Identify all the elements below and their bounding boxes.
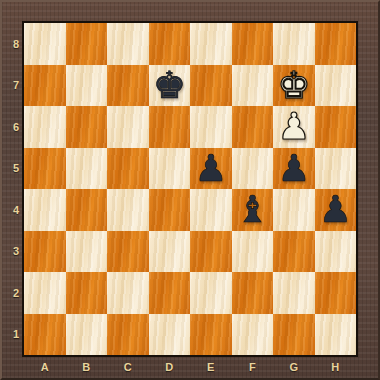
- square-g7[interactable]: ♚: [273, 65, 315, 107]
- square-b4[interactable]: [66, 189, 108, 231]
- white-pawn-g6[interactable]: ♟: [273, 106, 315, 148]
- file-label-g: G: [273, 358, 315, 376]
- square-d4[interactable]: [149, 189, 191, 231]
- square-c4[interactable]: [107, 189, 149, 231]
- square-a3[interactable]: [24, 231, 66, 273]
- square-f8[interactable]: [232, 23, 274, 65]
- square-f2[interactable]: [232, 272, 274, 314]
- square-a4[interactable]: [24, 189, 66, 231]
- square-f6[interactable]: [232, 106, 274, 148]
- square-g5[interactable]: ♟: [273, 148, 315, 190]
- square-a8[interactable]: [24, 23, 66, 65]
- square-a5[interactable]: [24, 148, 66, 190]
- black-pawn-h4[interactable]: ♟: [315, 189, 357, 231]
- square-e7[interactable]: [190, 65, 232, 107]
- file-label-c: C: [107, 358, 149, 376]
- square-h8[interactable]: [315, 23, 357, 65]
- square-b3[interactable]: [66, 231, 108, 273]
- square-d2[interactable]: [149, 272, 191, 314]
- square-d5[interactable]: [149, 148, 191, 190]
- square-e8[interactable]: [190, 23, 232, 65]
- square-b1[interactable]: [66, 314, 108, 356]
- square-a6[interactable]: [24, 106, 66, 148]
- square-d6[interactable]: [149, 106, 191, 148]
- square-e3[interactable]: [190, 231, 232, 273]
- file-label-b: B: [66, 358, 108, 376]
- square-g4[interactable]: [273, 189, 315, 231]
- square-h4[interactable]: ♟: [315, 189, 357, 231]
- black-bishop-f4[interactable]: ♝: [232, 189, 274, 231]
- file-label-a: A: [24, 358, 66, 376]
- square-e6[interactable]: [190, 106, 232, 148]
- square-e4[interactable]: [190, 189, 232, 231]
- square-f4[interactable]: ♝: [232, 189, 274, 231]
- square-d1[interactable]: [149, 314, 191, 356]
- board-frame: ♚♚♟♟♟♝♟ 87654321 ABCDEFGH: [0, 0, 380, 380]
- black-pawn-g5[interactable]: ♟: [273, 148, 315, 190]
- square-f5[interactable]: [232, 148, 274, 190]
- white-king-g7[interactable]: ♚: [273, 65, 315, 107]
- square-h1[interactable]: [315, 314, 357, 356]
- square-f1[interactable]: [232, 314, 274, 356]
- square-c1[interactable]: [107, 314, 149, 356]
- square-e1[interactable]: [190, 314, 232, 356]
- square-c3[interactable]: [107, 231, 149, 273]
- square-e2[interactable]: [190, 272, 232, 314]
- square-b6[interactable]: [66, 106, 108, 148]
- file-label-h: H: [315, 358, 357, 376]
- square-c8[interactable]: [107, 23, 149, 65]
- file-label-f: F: [232, 358, 274, 376]
- square-h5[interactable]: [315, 148, 357, 190]
- square-h3[interactable]: [315, 231, 357, 273]
- square-g6[interactable]: ♟: [273, 106, 315, 148]
- square-g2[interactable]: [273, 272, 315, 314]
- square-b5[interactable]: [66, 148, 108, 190]
- square-g1[interactable]: [273, 314, 315, 356]
- square-h7[interactable]: [315, 65, 357, 107]
- square-a7[interactable]: [24, 65, 66, 107]
- black-pawn-e5[interactable]: ♟: [190, 148, 232, 190]
- square-c7[interactable]: [107, 65, 149, 107]
- square-c6[interactable]: [107, 106, 149, 148]
- square-d7[interactable]: ♚: [149, 65, 191, 107]
- square-h2[interactable]: [315, 272, 357, 314]
- square-b7[interactable]: [66, 65, 108, 107]
- square-d8[interactable]: [149, 23, 191, 65]
- square-b2[interactable]: [66, 272, 108, 314]
- square-c5[interactable]: [107, 148, 149, 190]
- square-a1[interactable]: [24, 314, 66, 356]
- black-king-d7[interactable]: ♚: [149, 65, 191, 107]
- file-label-d: D: [149, 358, 191, 376]
- square-g8[interactable]: [273, 23, 315, 65]
- square-g3[interactable]: [273, 231, 315, 273]
- square-d3[interactable]: [149, 231, 191, 273]
- file-label-e: E: [190, 358, 232, 376]
- square-b8[interactable]: [66, 23, 108, 65]
- square-f3[interactable]: [232, 231, 274, 273]
- chess-board: ♚♚♟♟♟♝♟: [22, 21, 358, 357]
- square-c2[interactable]: [107, 272, 149, 314]
- square-e5[interactable]: ♟: [190, 148, 232, 190]
- square-f7[interactable]: [232, 65, 274, 107]
- square-h6[interactable]: [315, 106, 357, 148]
- square-a2[interactable]: [24, 272, 66, 314]
